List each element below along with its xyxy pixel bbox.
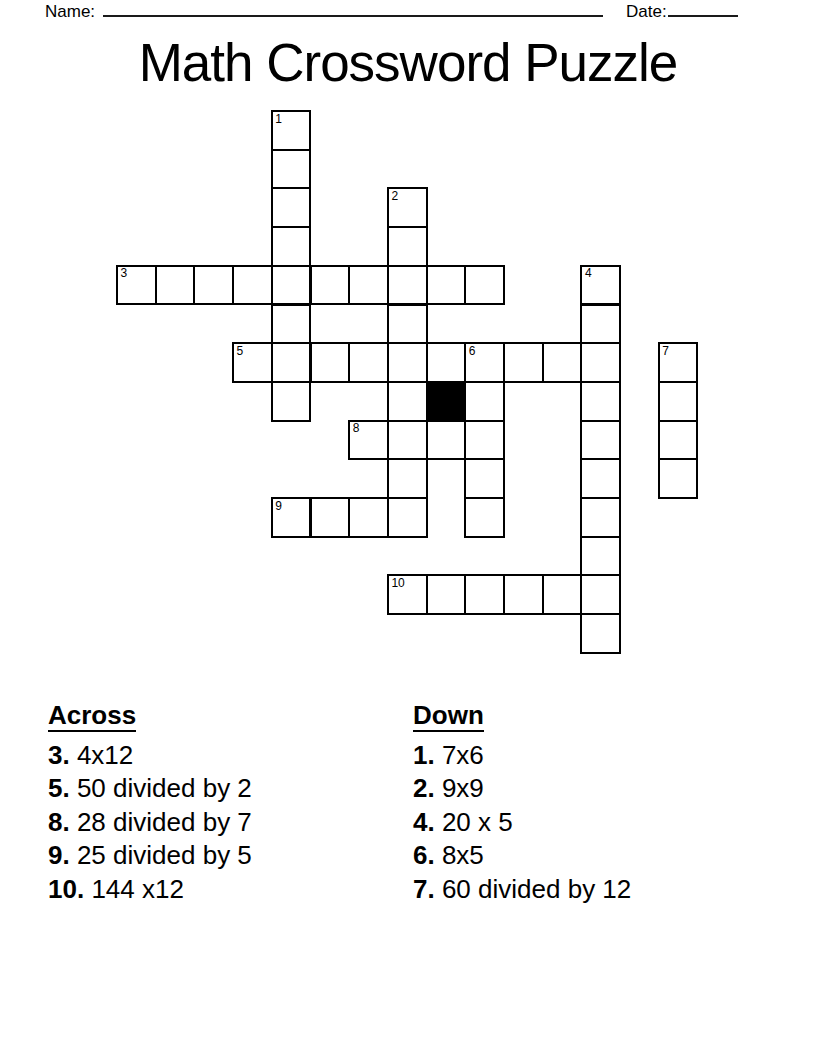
- clue-across-5: 5. 50 divided by 2: [48, 772, 252, 805]
- clue-number: 2.: [413, 773, 435, 803]
- grid-cell[interactable]: [155, 265, 196, 306]
- grid-cell[interactable]: [387, 420, 428, 461]
- clue-number: 1.: [413, 740, 435, 770]
- grid-cell[interactable]: [464, 265, 505, 306]
- grid-cell[interactable]: [426, 574, 467, 615]
- grid-cell[interactable]: 7: [658, 342, 699, 383]
- page-title: Math Crossword Puzzle: [0, 33, 816, 93]
- grid-cell[interactable]: [426, 342, 467, 383]
- grid-cell[interactable]: [271, 342, 312, 383]
- grid-cell[interactable]: [464, 574, 505, 615]
- grid-cell[interactable]: [348, 342, 389, 383]
- grid-cell[interactable]: 5: [232, 342, 273, 383]
- cell-number: 9: [275, 500, 282, 513]
- grid-cell[interactable]: [348, 497, 389, 538]
- clue-number: 5.: [48, 773, 70, 803]
- grid-cell[interactable]: [580, 458, 621, 499]
- grid-cell[interactable]: [580, 574, 621, 615]
- across-clues-section: Across 3. 4x125. 50 divided by 28. 28 di…: [48, 702, 252, 906]
- grid-cell[interactable]: [464, 381, 505, 422]
- grid-cell[interactable]: [542, 574, 583, 615]
- grid-cell[interactable]: [464, 458, 505, 499]
- grid-cell[interactable]: [271, 149, 312, 190]
- clue-text: 60 divided by 12: [435, 874, 632, 904]
- clue-text: 28 divided by 7: [70, 807, 252, 837]
- clue-text: 50 divided by 2: [70, 773, 252, 803]
- clue-text: 8x5: [435, 840, 484, 870]
- grid-cell[interactable]: [232, 265, 273, 306]
- grid-cell[interactable]: 1: [271, 110, 312, 151]
- cell-number: 7: [662, 345, 669, 358]
- grid-cell[interactable]: [426, 265, 467, 306]
- across-clue-list: 3. 4x125. 50 divided by 28. 28 divided b…: [48, 739, 252, 906]
- clue-across-8: 8. 28 divided by 7: [48, 806, 252, 839]
- down-clue-list: 1. 7x62. 9x94. 20 x 56. 8x57. 60 divided…: [413, 739, 631, 906]
- grid-cell[interactable]: [464, 497, 505, 538]
- clue-text: 144 x12: [84, 874, 184, 904]
- grid-cell[interactable]: [387, 381, 428, 422]
- name-fill-line: [103, 15, 603, 17]
- clue-down-6: 6. 8x5: [413, 839, 631, 872]
- grid-cell[interactable]: [387, 226, 428, 267]
- grid-cell[interactable]: [580, 381, 621, 422]
- grid-cell[interactable]: [387, 342, 428, 383]
- grid-cell[interactable]: 8: [348, 420, 389, 461]
- clue-across-9: 9. 25 divided by 5: [48, 839, 252, 872]
- clue-text: 20 x 5: [435, 807, 513, 837]
- cell-number: 10: [391, 577, 404, 590]
- grid-cell[interactable]: [387, 304, 428, 345]
- grid-cell[interactable]: [503, 574, 544, 615]
- clue-number: 7.: [413, 874, 435, 904]
- grid-cell[interactable]: [310, 342, 351, 383]
- grid-cell[interactable]: [580, 613, 621, 654]
- grid-cell[interactable]: 4: [580, 265, 621, 306]
- clue-number: 10.: [48, 874, 84, 904]
- grid-cell[interactable]: [658, 458, 699, 499]
- grid-cell[interactable]: [310, 497, 351, 538]
- date-label: Date:: [626, 2, 667, 22]
- grid-cell[interactable]: [193, 265, 234, 306]
- grid-cell[interactable]: 9: [271, 497, 312, 538]
- clue-across-10: 10. 144 x12: [48, 873, 252, 906]
- clue-down-7: 7. 60 divided by 12: [413, 873, 631, 906]
- clue-text: 9x9: [435, 773, 484, 803]
- grid-cell[interactable]: [658, 420, 699, 461]
- grid-cell[interactable]: [580, 342, 621, 383]
- date-fill-line: [668, 15, 738, 17]
- clue-text: 25 divided by 5: [70, 840, 252, 870]
- grid-cell[interactable]: [348, 265, 389, 306]
- cell-number: 4: [585, 267, 592, 280]
- clue-number: 9.: [48, 840, 70, 870]
- grid-cell[interactable]: [580, 497, 621, 538]
- name-label: Name:: [45, 2, 95, 22]
- grid-cell[interactable]: [271, 187, 312, 228]
- grid-cell[interactable]: [580, 420, 621, 461]
- grid-cell[interactable]: 2: [387, 187, 428, 228]
- cell-number: 8: [353, 422, 360, 435]
- cell-number: 6: [469, 345, 476, 358]
- across-heading: Across: [48, 702, 136, 732]
- clue-across-3: 3. 4x12: [48, 739, 252, 772]
- grid-cell[interactable]: [464, 420, 505, 461]
- clue-down-4: 4. 20 x 5: [413, 806, 631, 839]
- cell-number: 3: [121, 267, 128, 280]
- clue-down-1: 1. 7x6: [413, 739, 631, 772]
- grid-cell[interactable]: 6: [464, 342, 505, 383]
- grid-cell[interactable]: [503, 342, 544, 383]
- grid-cell[interactable]: [580, 304, 621, 345]
- clue-number: 4.: [413, 807, 435, 837]
- grid-cell[interactable]: 3: [116, 265, 157, 306]
- clue-down-2: 2. 9x9: [413, 772, 631, 805]
- grid-cell[interactable]: [310, 265, 351, 306]
- down-heading: Down: [413, 702, 484, 732]
- grid-cell[interactable]: [387, 497, 428, 538]
- clue-number: 6.: [413, 840, 435, 870]
- clue-number: 3.: [48, 740, 70, 770]
- grid-cell[interactable]: [271, 381, 312, 422]
- crossword-grid: 12345678910: [116, 110, 699, 654]
- grid-cell[interactable]: 10: [387, 574, 428, 615]
- grid-cell[interactable]: [387, 265, 428, 306]
- clue-text: 4x12: [70, 740, 134, 770]
- cell-number: 5: [237, 345, 244, 358]
- clue-text: 7x6: [435, 740, 484, 770]
- black-cell: [426, 381, 467, 422]
- grid-cell[interactable]: [426, 420, 467, 461]
- grid-cell[interactable]: [542, 342, 583, 383]
- cell-number: 2: [391, 190, 398, 203]
- grid-cell[interactable]: [387, 458, 428, 499]
- grid-cell[interactable]: [271, 226, 312, 267]
- grid-cell[interactable]: [580, 536, 621, 577]
- down-clues-section: Down 1. 7x62. 9x94. 20 x 56. 8x57. 60 di…: [413, 702, 631, 906]
- grid-cell[interactable]: [658, 381, 699, 422]
- cell-number: 1: [275, 113, 282, 126]
- grid-cell[interactable]: [271, 304, 312, 345]
- clue-number: 8.: [48, 807, 70, 837]
- grid-cell[interactable]: [271, 265, 312, 306]
- worksheet-page: { "page": { "name_label": "Name:", "date…: [0, 0, 816, 1056]
